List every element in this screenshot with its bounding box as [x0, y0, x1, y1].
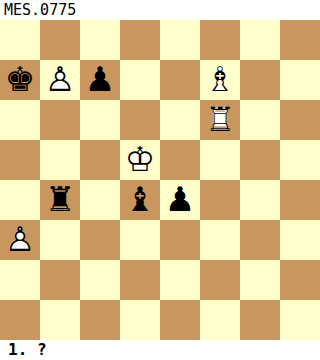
square-g1[interactable]	[240, 300, 280, 340]
square-g7[interactable]	[240, 60, 280, 100]
white-bishop-outline: ♗	[200, 60, 240, 100]
square-b5[interactable]	[40, 140, 80, 180]
square-d6[interactable]	[120, 100, 160, 140]
square-b4[interactable]: ♜	[40, 180, 80, 220]
square-f2[interactable]	[200, 260, 240, 300]
piece-black-pawn: ♟	[160, 180, 200, 220]
square-b6[interactable]	[40, 100, 80, 140]
square-c5[interactable]	[80, 140, 120, 180]
square-g8[interactable]	[240, 20, 280, 60]
white-pawn-outline: ♙	[0, 220, 40, 260]
square-g5[interactable]	[240, 140, 280, 180]
white-pawn-outline: ♙	[40, 60, 80, 100]
square-f4[interactable]	[200, 180, 240, 220]
move-prompt: 1. ?	[0, 340, 320, 360]
white-king-outline: ♔	[120, 140, 160, 180]
piece-black-pawn: ♟	[80, 60, 120, 100]
square-e8[interactable]	[160, 20, 200, 60]
square-c8[interactable]	[80, 20, 120, 60]
square-f6[interactable]: ♜♖	[200, 100, 240, 140]
puzzle-title: MES.0775	[0, 0, 320, 20]
square-c6[interactable]	[80, 100, 120, 140]
piece-white-pawn: ♟♙	[40, 60, 80, 100]
square-d2[interactable]	[120, 260, 160, 300]
square-f7[interactable]: ♝♗	[200, 60, 240, 100]
square-c7[interactable]: ♟	[80, 60, 120, 100]
square-c2[interactable]	[80, 260, 120, 300]
square-c1[interactable]	[80, 300, 120, 340]
square-f1[interactable]	[200, 300, 240, 340]
chess-puzzle-page: MES.0775 ♚♟♙♟♝♗♜♖♚♔♜♝♟♟♙ 1. ?	[0, 0, 320, 360]
piece-black-bishop: ♝	[120, 180, 160, 220]
square-b1[interactable]	[40, 300, 80, 340]
square-h4[interactable]	[280, 180, 320, 220]
square-d7[interactable]	[120, 60, 160, 100]
square-b2[interactable]	[40, 260, 80, 300]
square-h7[interactable]	[280, 60, 320, 100]
square-a4[interactable]	[0, 180, 40, 220]
chess-board: ♚♟♙♟♝♗♜♖♚♔♜♝♟♟♙	[0, 20, 320, 340]
square-e2[interactable]	[160, 260, 200, 300]
square-e3[interactable]	[160, 220, 200, 260]
square-c3[interactable]	[80, 220, 120, 260]
square-h2[interactable]	[280, 260, 320, 300]
square-e7[interactable]	[160, 60, 200, 100]
square-d8[interactable]	[120, 20, 160, 60]
white-rook-outline: ♖	[200, 100, 240, 140]
square-g4[interactable]	[240, 180, 280, 220]
piece-white-rook: ♜♖	[200, 100, 240, 140]
square-a7[interactable]: ♚	[0, 60, 40, 100]
square-h8[interactable]	[280, 20, 320, 60]
square-h1[interactable]	[280, 300, 320, 340]
square-e5[interactable]	[160, 140, 200, 180]
square-g6[interactable]	[240, 100, 280, 140]
square-d4[interactable]: ♝	[120, 180, 160, 220]
square-d3[interactable]	[120, 220, 160, 260]
square-h6[interactable]	[280, 100, 320, 140]
piece-black-king: ♚	[0, 60, 40, 100]
square-b3[interactable]	[40, 220, 80, 260]
square-e6[interactable]	[160, 100, 200, 140]
piece-white-bishop: ♝♗	[200, 60, 240, 100]
square-f5[interactable]	[200, 140, 240, 180]
square-a3[interactable]: ♟♙	[0, 220, 40, 260]
piece-white-king: ♚♔	[120, 140, 160, 180]
square-a5[interactable]	[0, 140, 40, 180]
square-e4[interactable]: ♟	[160, 180, 200, 220]
piece-white-pawn: ♟♙	[0, 220, 40, 260]
square-a1[interactable]	[0, 300, 40, 340]
square-e1[interactable]	[160, 300, 200, 340]
square-f3[interactable]	[200, 220, 240, 260]
square-c4[interactable]	[80, 180, 120, 220]
square-a6[interactable]	[0, 100, 40, 140]
square-a2[interactable]	[0, 260, 40, 300]
square-a8[interactable]	[0, 20, 40, 60]
piece-black-rook: ♜	[40, 180, 80, 220]
square-g2[interactable]	[240, 260, 280, 300]
square-f8[interactable]	[200, 20, 240, 60]
square-d1[interactable]	[120, 300, 160, 340]
square-b7[interactable]: ♟♙	[40, 60, 80, 100]
square-h5[interactable]	[280, 140, 320, 180]
square-g3[interactable]	[240, 220, 280, 260]
square-d5[interactable]: ♚♔	[120, 140, 160, 180]
square-b8[interactable]	[40, 20, 80, 60]
square-h3[interactable]	[280, 220, 320, 260]
